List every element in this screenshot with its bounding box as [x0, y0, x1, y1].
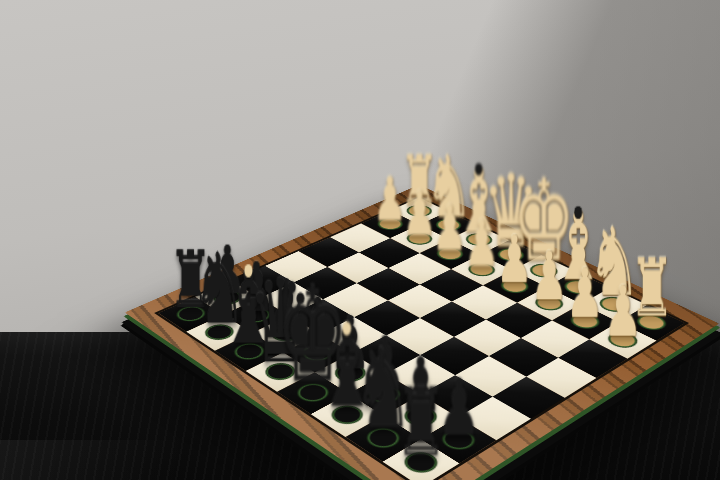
square-c4[interactable] [357, 268, 420, 300]
piece-glyph: ♝ [454, 159, 504, 242]
square-a1[interactable]: ♜ [391, 198, 448, 225]
square-b3[interactable] [359, 238, 420, 268]
felt-base [429, 216, 469, 235]
square-c3[interactable] [389, 253, 451, 284]
piece-glyph: ♟ [603, 279, 642, 343]
piece-glyph: ♞ [425, 149, 473, 228]
square-c2[interactable]: ♟ [420, 239, 481, 269]
felt-base [370, 215, 410, 234]
piece-glyph: ♟ [531, 245, 568, 307]
felt-base [523, 260, 565, 281]
piece-glyph: ♟ [432, 199, 467, 257]
square-a3[interactable] [330, 223, 389, 252]
square-e3[interactable] [452, 285, 517, 319]
square-b1[interactable]: ♞ [419, 211, 477, 239]
piece-glyph: ♟ [373, 171, 407, 227]
chess-board: ♜♞♝♛♚♝♞♜♟♟♟♟♟♟♟♟♟♟♟♟♟♟♟♟♜♞♝♛♚♝♞♜ [125, 185, 719, 480]
felt-base [459, 230, 500, 250]
square-a2[interactable]: ♟ [361, 210, 419, 238]
chess-photo-scene: ♜♞♝♛♚♝♞♜♟♟♟♟♟♟♟♟♟♟♟♟♟♟♟♟♜♞♝♛♚♝♞♜ [0, 0, 720, 480]
felt-base [527, 292, 571, 315]
square-d4[interactable] [388, 284, 452, 318]
piece-glyph: ♟ [566, 261, 604, 324]
piece-glyph: ♟ [402, 185, 436, 242]
square-d2[interactable]: ♟ [451, 254, 513, 285]
square-d3[interactable] [420, 269, 483, 301]
felt-base [493, 275, 536, 297]
felt-base [429, 244, 470, 264]
perspective-container: ♜♞♝♛♚♝♞♜♟♟♟♟♟♟♟♟♟♟♟♟♟♟♟♟♜♞♝♛♚♝♞♜ [0, 0, 720, 480]
piece-glyph: ♛ [483, 166, 538, 258]
felt-base [400, 202, 439, 220]
felt-base [399, 229, 439, 249]
square-e4[interactable] [420, 301, 486, 336]
felt-base [461, 259, 503, 280]
board-squares: ♜♞♝♛♚♝♞♜♟♟♟♟♟♟♟♟♟♟♟♟♟♟♟♟♜♞♝♛♚♝♞♜ [158, 198, 684, 480]
piece-glyph: ♜ [400, 150, 438, 214]
square-e2[interactable]: ♟ [483, 270, 546, 303]
felt-base [490, 245, 531, 265]
square-c1[interactable]: ♝ [449, 225, 509, 254]
square-d1[interactable]: ♛ [480, 240, 541, 270]
piece-glyph: ♟ [464, 213, 500, 272]
square-b2[interactable]: ♟ [390, 224, 450, 253]
piece-glyph: ♟ [496, 229, 532, 289]
piece-glyph: ♜ [395, 380, 447, 466]
